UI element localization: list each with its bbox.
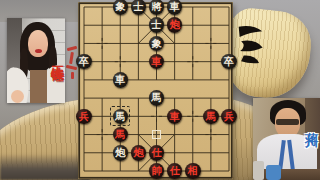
commentator-hand bbox=[11, 90, 24, 103]
piece-black-2-0[interactable]: 象 bbox=[113, 0, 129, 15]
xiangqi-board[interactable]: 象士將車士炮象卒車卒車馬兵馬車馬兵馬炮炮仕帥仕相 bbox=[78, 2, 233, 179]
piece-black-4-0[interactable]: 將 bbox=[149, 0, 165, 15]
player-video-feed[interactable] bbox=[253, 98, 320, 180]
piece-red-4-8[interactable]: 仕 bbox=[149, 145, 165, 161]
piece-red-3-8[interactable]: 炮 bbox=[131, 145, 147, 161]
piece-black-2-4[interactable]: 車 bbox=[113, 72, 129, 88]
piece-red-8-6[interactable]: 兵 bbox=[221, 109, 237, 125]
piece-red-6-9[interactable]: 相 bbox=[185, 163, 201, 179]
piece-red-4-3[interactable]: 車 bbox=[149, 54, 165, 70]
commentator-name-label: 王铁锤 bbox=[48, 55, 66, 61]
pieces-layer: 象士將車士炮象卒車卒車馬兵馬車馬兵馬炮炮仕帥仕相 bbox=[78, 2, 233, 179]
commentator-sweater bbox=[30, 70, 47, 103]
piece-black-4-2[interactable]: 象 bbox=[149, 36, 165, 52]
piece-red-5-9[interactable]: 仕 bbox=[167, 163, 183, 179]
commentator-lips bbox=[35, 49, 42, 53]
piece-red-0-6[interactable]: 兵 bbox=[76, 109, 92, 125]
piece-black-8-3[interactable]: 卒 bbox=[221, 54, 237, 70]
piece-black-3-0[interactable]: 士 bbox=[131, 0, 147, 15]
player-glasses bbox=[276, 119, 299, 125]
piece-black-5-0[interactable]: 車 bbox=[167, 0, 183, 15]
last-move-destination-marker bbox=[110, 106, 130, 126]
giant-shogi-piece-photo bbox=[222, 6, 315, 102]
piece-black-2-8[interactable]: 炮 bbox=[113, 145, 129, 161]
piece-red-5-6[interactable]: 車 bbox=[167, 109, 183, 125]
player-name-label: 蒋川 bbox=[302, 121, 320, 127]
gray-object bbox=[253, 161, 264, 180]
piece-red-7-6[interactable]: 馬 bbox=[203, 109, 219, 125]
piece-red-2-7[interactable]: 馬 bbox=[113, 127, 129, 143]
piece-black-4-1[interactable]: 士 bbox=[149, 17, 165, 33]
last-move-origin-marker bbox=[152, 130, 162, 140]
table-shadow bbox=[0, 154, 90, 180]
piece-red-4-9[interactable]: 帥 bbox=[149, 163, 165, 179]
piece-black-0-3[interactable]: 卒 bbox=[76, 54, 92, 70]
piece-black-4-5[interactable]: 馬 bbox=[149, 90, 165, 106]
screenshot-stage: 象士將車士炮象卒車卒車馬兵馬車馬兵馬炮炮仕帥仕相 王铁锤 蒋川 bbox=[0, 0, 320, 180]
blue-cup bbox=[266, 165, 281, 180]
piece-red-5-1[interactable]: 炮 bbox=[167, 17, 183, 33]
